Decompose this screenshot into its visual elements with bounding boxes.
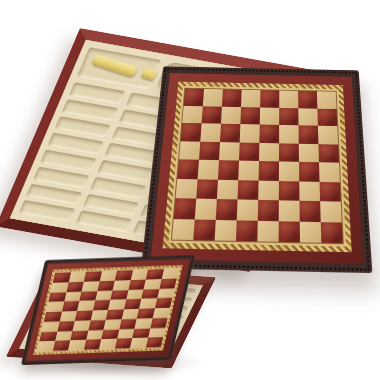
board-square: [152, 308, 170, 318]
board-square: [145, 337, 163, 347]
board-margin: [26, 259, 190, 361]
board-square: [221, 106, 241, 124]
board-square: [279, 161, 299, 181]
board-square: [179, 141, 200, 160]
board-square: [299, 162, 320, 182]
board-square: [299, 143, 319, 162]
board-square: [195, 199, 217, 220]
board-square: [317, 91, 337, 108]
board-square: [279, 200, 300, 221]
board-square: [172, 219, 195, 241]
board-square: [260, 107, 279, 125]
stacked-chess-board: [21, 255, 195, 365]
board-square: [258, 200, 279, 221]
board-grid: [172, 89, 343, 244]
board-square: [318, 126, 338, 144]
board-square: [259, 124, 279, 142]
board-square: [241, 90, 260, 107]
board-square: [216, 199, 238, 220]
board-square: [174, 198, 196, 219]
board-square: [300, 221, 322, 243]
board-square: [320, 181, 341, 201]
board-square: [320, 201, 342, 222]
board-square: [148, 328, 166, 338]
board-square: [217, 179, 238, 199]
board-square: [259, 142, 279, 161]
board-square: [239, 142, 259, 161]
board-inner-line: [171, 88, 344, 245]
board-square: [159, 278, 177, 288]
board-square: [236, 220, 258, 242]
board-square: [200, 123, 221, 141]
board-square: [321, 222, 343, 244]
board-square: [219, 142, 240, 161]
board-square: [196, 179, 218, 199]
board-square: [184, 89, 204, 106]
board-square: [177, 159, 199, 179]
board-square: [181, 123, 202, 141]
board-inner-line: [37, 268, 179, 351]
board-margin: [151, 73, 363, 264]
board-square: [237, 199, 258, 220]
board-square: [150, 318, 168, 328]
board-square: [258, 180, 279, 200]
board-square: [220, 124, 240, 142]
board-square: [154, 298, 172, 308]
board-square: [240, 107, 260, 125]
board-square: [260, 90, 279, 107]
board-square: [218, 160, 239, 180]
board-square: [319, 162, 340, 182]
board-square: [299, 125, 319, 143]
board-gold-frame: [163, 82, 352, 253]
board-edge: [21, 255, 195, 365]
tray-slot: [77, 47, 161, 89]
board-square: [193, 219, 215, 241]
board-square: [222, 89, 242, 106]
board-square: [198, 160, 219, 180]
tray-item: [140, 67, 158, 80]
board-square: [279, 107, 298, 125]
board-square: [240, 124, 260, 142]
board-square: [279, 221, 300, 243]
board-square: [279, 181, 300, 201]
product-photo: [0, 0, 380, 380]
board-square: [298, 108, 318, 126]
board-square: [299, 201, 320, 222]
board-square: [215, 219, 237, 241]
board-square: [298, 91, 317, 108]
board-square: [176, 178, 198, 198]
board-edge: [141, 66, 372, 273]
tray-item: [90, 54, 138, 77]
board-square: [182, 105, 203, 123]
board-square: [259, 161, 279, 181]
board-square: [279, 143, 299, 162]
board-square: [199, 141, 220, 160]
board-square: [318, 144, 339, 163]
board-square: [279, 91, 298, 108]
board-gold-frame: [33, 265, 182, 354]
board-square: [203, 89, 223, 106]
board-square: [238, 180, 259, 200]
board-square: [299, 181, 320, 201]
board-square: [202, 106, 222, 124]
board-square: [257, 220, 278, 242]
board-square: [238, 161, 259, 181]
board-square: [279, 125, 299, 143]
chess-board: [141, 66, 372, 273]
board-grid: [37, 268, 179, 351]
board-square: [317, 108, 337, 126]
